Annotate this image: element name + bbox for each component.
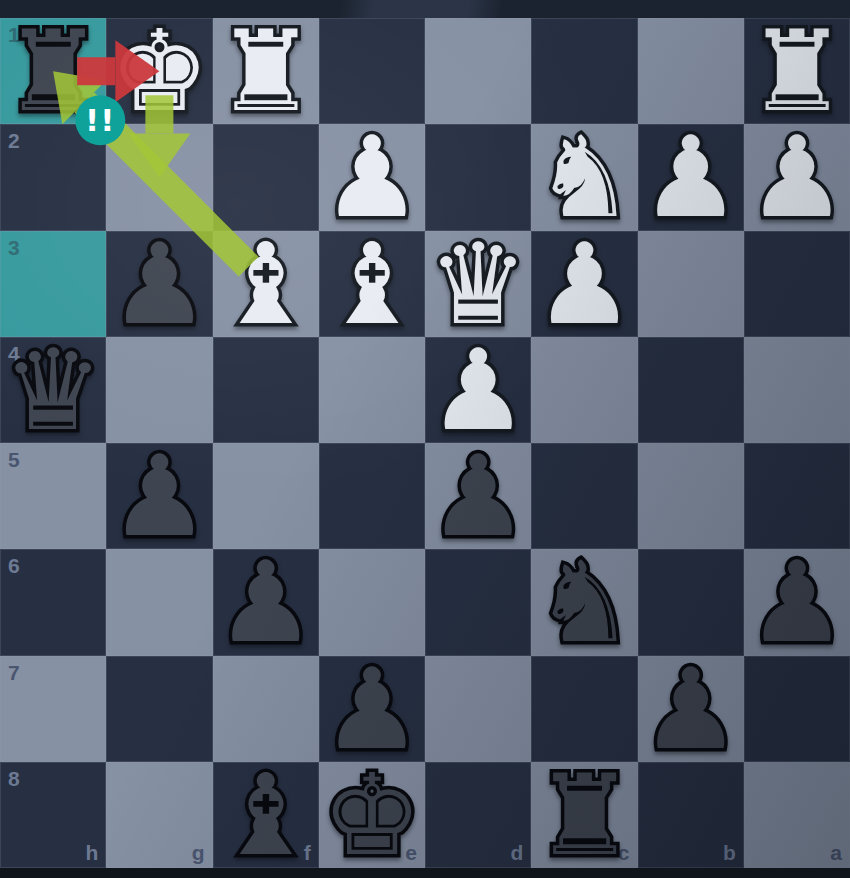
- square-e2[interactable]: ♟︎: [319, 124, 425, 230]
- square-b3[interactable]: [638, 231, 744, 337]
- square-a4[interactable]: [744, 337, 850, 443]
- piece-white-knight[interactable]: ♞︎: [531, 124, 637, 230]
- square-g6[interactable]: [106, 549, 212, 655]
- square-e6[interactable]: [319, 549, 425, 655]
- file-label-d: d: [510, 842, 523, 863]
- square-b7[interactable]: ♟︎: [638, 656, 744, 762]
- piece-white-pawn[interactable]: ♟︎: [425, 337, 531, 443]
- piece-white-pawn[interactable]: ♟︎: [744, 124, 850, 230]
- square-g2[interactable]: [106, 124, 212, 230]
- square-f5[interactable]: [213, 443, 319, 549]
- square-d3[interactable]: ♛︎: [425, 231, 531, 337]
- piece-black-pawn[interactable]: ♟︎: [213, 549, 319, 655]
- chess-board: 1♜︎♚︎♜︎♜︎2♟︎♞︎♟︎♟︎3♟︎♝︎♝︎♛︎♟︎4♛︎♟︎5♟︎♟︎6…: [0, 18, 850, 868]
- square-g8[interactable]: g: [106, 762, 212, 868]
- square-a8[interactable]: a: [744, 762, 850, 868]
- square-h1[interactable]: 1♜︎: [0, 18, 106, 124]
- square-b1[interactable]: [638, 18, 744, 124]
- square-b8[interactable]: b: [638, 762, 744, 868]
- rank-label-6: 6: [8, 555, 20, 576]
- piece-black-king[interactable]: ♚︎: [319, 762, 425, 868]
- piece-black-queen[interactable]: ♛︎: [0, 337, 106, 443]
- square-d8[interactable]: d: [425, 762, 531, 868]
- piece-black-pawn[interactable]: ♟︎: [425, 443, 531, 549]
- square-h4[interactable]: 4♛︎: [0, 337, 106, 443]
- square-g4[interactable]: [106, 337, 212, 443]
- piece-white-bishop[interactable]: ♝︎: [319, 231, 425, 337]
- square-a3[interactable]: [744, 231, 850, 337]
- file-label-g: g: [192, 842, 205, 863]
- square-h8[interactable]: 8h: [0, 762, 106, 868]
- square-d1[interactable]: [425, 18, 531, 124]
- piece-white-bishop[interactable]: ♝︎: [213, 231, 319, 337]
- square-d5[interactable]: ♟︎: [425, 443, 531, 549]
- piece-white-pawn[interactable]: ♟︎: [531, 231, 637, 337]
- piece-white-queen[interactable]: ♛︎: [425, 231, 531, 337]
- square-a2[interactable]: ♟︎: [744, 124, 850, 230]
- square-h6[interactable]: 6: [0, 549, 106, 655]
- rank-label-8: 8: [8, 768, 20, 789]
- piece-black-rook[interactable]: ♜︎: [0, 18, 106, 124]
- square-f8[interactable]: f♝︎: [213, 762, 319, 868]
- rank-label-7: 7: [8, 662, 20, 683]
- piece-black-pawn[interactable]: ♟︎: [106, 443, 212, 549]
- rank-label-5: 5: [8, 449, 20, 470]
- file-label-h: h: [85, 842, 98, 863]
- square-f3[interactable]: ♝︎: [213, 231, 319, 337]
- piece-black-pawn[interactable]: ♟︎: [106, 231, 212, 337]
- file-label-b: b: [723, 842, 736, 863]
- square-c4[interactable]: [531, 337, 637, 443]
- square-d4[interactable]: ♟︎: [425, 337, 531, 443]
- piece-black-knight[interactable]: ♞︎: [531, 549, 637, 655]
- square-c7[interactable]: [531, 656, 637, 762]
- square-c2[interactable]: ♞︎: [531, 124, 637, 230]
- piece-white-king[interactable]: ♚︎: [106, 18, 212, 124]
- square-h7[interactable]: 7: [0, 656, 106, 762]
- square-a1[interactable]: ♜︎: [744, 18, 850, 124]
- square-c6[interactable]: ♞︎: [531, 549, 637, 655]
- square-b6[interactable]: [638, 549, 744, 655]
- square-c8[interactable]: c♜︎: [531, 762, 637, 868]
- square-d6[interactable]: [425, 549, 531, 655]
- square-f4[interactable]: [213, 337, 319, 443]
- piece-black-pawn[interactable]: ♟︎: [638, 656, 744, 762]
- piece-black-pawn[interactable]: ♟︎: [744, 549, 850, 655]
- square-b4[interactable]: [638, 337, 744, 443]
- square-e3[interactable]: ♝︎: [319, 231, 425, 337]
- square-e7[interactable]: ♟︎: [319, 656, 425, 762]
- square-g7[interactable]: [106, 656, 212, 762]
- square-e4[interactable]: [319, 337, 425, 443]
- piece-white-pawn[interactable]: ♟︎: [319, 124, 425, 230]
- piece-white-rook[interactable]: ♜︎: [213, 18, 319, 124]
- square-c3[interactable]: ♟︎: [531, 231, 637, 337]
- chess-app-screen: 1♜︎♚︎♜︎♜︎2♟︎♞︎♟︎♟︎3♟︎♝︎♝︎♛︎♟︎4♛︎♟︎5♟︎♟︎6…: [0, 0, 850, 878]
- square-h2[interactable]: 2: [0, 124, 106, 230]
- piece-white-rook[interactable]: ♜︎: [744, 18, 850, 124]
- square-f1[interactable]: ♜︎: [213, 18, 319, 124]
- square-g1[interactable]: ♚︎: [106, 18, 212, 124]
- piece-black-bishop[interactable]: ♝︎: [213, 762, 319, 868]
- square-e8[interactable]: e♚︎: [319, 762, 425, 868]
- piece-black-pawn[interactable]: ♟︎: [319, 656, 425, 762]
- square-c5[interactable]: [531, 443, 637, 549]
- square-h3[interactable]: 3: [0, 231, 106, 337]
- square-g5[interactable]: ♟︎: [106, 443, 212, 549]
- file-label-a: a: [830, 842, 842, 863]
- piece-white-pawn[interactable]: ♟︎: [638, 124, 744, 230]
- square-a5[interactable]: [744, 443, 850, 549]
- square-c1[interactable]: [531, 18, 637, 124]
- square-b5[interactable]: [638, 443, 744, 549]
- square-h5[interactable]: 5: [0, 443, 106, 549]
- piece-black-rook[interactable]: ♜︎: [531, 762, 637, 868]
- square-g3[interactable]: ♟︎: [106, 231, 212, 337]
- bottom-edge-strip: [0, 868, 850, 878]
- square-e1[interactable]: [319, 18, 425, 124]
- square-f7[interactable]: [213, 656, 319, 762]
- square-a6[interactable]: ♟︎: [744, 549, 850, 655]
- rank-label-3: 3: [8, 237, 20, 258]
- square-a7[interactable]: [744, 656, 850, 762]
- square-d7[interactable]: [425, 656, 531, 762]
- rank-label-2: 2: [8, 130, 20, 151]
- square-f6[interactable]: ♟︎: [213, 549, 319, 655]
- square-d2[interactable]: [425, 124, 531, 230]
- square-f2[interactable]: [213, 124, 319, 230]
- square-b2[interactable]: ♟︎: [638, 124, 744, 230]
- square-e5[interactable]: [319, 443, 425, 549]
